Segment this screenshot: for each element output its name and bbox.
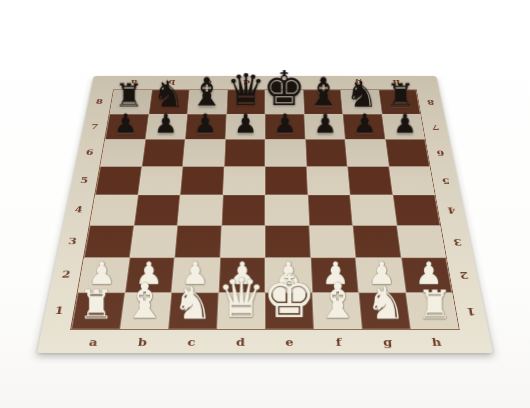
empty-a3 xyxy=(84,225,134,257)
photo-background: abcdefgh abcdefgh 87654321 87654321 ♜♞♝♛… xyxy=(0,0,530,408)
empty-g5 xyxy=(347,166,392,195)
file-labels-bottom: abcdefgh xyxy=(67,332,462,351)
rank-label-6: 6 xyxy=(428,139,453,166)
empty-e4 xyxy=(265,195,309,225)
empty-g4 xyxy=(350,195,397,225)
file-label-g: g xyxy=(339,77,378,88)
file-label-e: e xyxy=(265,77,303,88)
empty-e6 xyxy=(265,139,306,166)
empty-d4 xyxy=(221,195,265,225)
file-labels-top: abcdefgh xyxy=(114,77,416,88)
rank-label-7: 7 xyxy=(424,114,448,139)
rank-label-3: 3 xyxy=(444,225,472,257)
piece-white-rook-h1: ♜ xyxy=(405,292,458,329)
empty-h6 xyxy=(385,139,430,166)
empty-a4 xyxy=(90,195,138,225)
file-label-e: e xyxy=(265,332,314,351)
rank-label-6: 6 xyxy=(77,139,102,166)
file-label-f: f xyxy=(302,77,340,88)
file-label-c: c xyxy=(166,332,216,351)
empty-d3 xyxy=(220,225,265,257)
empty-g6 xyxy=(345,139,389,166)
pieces-layer: ♜♞♝♛♚♝♞♜♟♟♟♟♟♟♟♟♟♟♟♟♟♟♟♟♜♝♞♛♚♝♞♜ xyxy=(71,90,459,329)
file-label-g: g xyxy=(362,332,413,351)
empty-b6 xyxy=(141,139,185,166)
file-label-d: d xyxy=(227,77,265,88)
file-label-a: a xyxy=(67,332,119,351)
file-label-f: f xyxy=(314,332,364,351)
empty-f6 xyxy=(305,139,347,166)
empty-g3 xyxy=(353,225,401,257)
file-label-b: b xyxy=(152,77,191,88)
file-label-d: d xyxy=(216,332,265,351)
empty-a5 xyxy=(95,166,141,195)
rank-label-4: 4 xyxy=(438,195,465,225)
empty-f3 xyxy=(309,225,356,257)
empty-c6 xyxy=(183,139,225,166)
empty-b5 xyxy=(138,166,183,195)
empty-b4 xyxy=(134,195,181,225)
rank-label-8: 8 xyxy=(419,90,442,114)
chess-mat: abcdefgh abcdefgh 87654321 87654321 ♜♞♝♛… xyxy=(37,76,493,353)
empty-f4 xyxy=(307,195,352,225)
empty-e5 xyxy=(265,166,307,195)
empty-d6 xyxy=(224,139,265,166)
empty-c4 xyxy=(177,195,222,225)
piece-black-pawn-h7: ♟ xyxy=(382,114,425,139)
rank-label-4: 4 xyxy=(65,195,92,225)
rank-label-5: 5 xyxy=(71,166,97,195)
empty-h3 xyxy=(396,225,446,257)
file-label-a: a xyxy=(114,77,153,88)
empty-a6 xyxy=(100,139,145,166)
empty-c3 xyxy=(175,225,222,257)
file-label-c: c xyxy=(190,77,228,88)
rank-label-5: 5 xyxy=(433,166,459,195)
empty-h5 xyxy=(389,166,435,195)
rank-label-3: 3 xyxy=(58,225,86,257)
empty-f5 xyxy=(306,166,350,195)
file-label-b: b xyxy=(117,332,168,351)
empty-h4 xyxy=(392,195,440,225)
empty-d5 xyxy=(223,166,265,195)
file-label-h: h xyxy=(411,332,463,351)
empty-c5 xyxy=(180,166,224,195)
empty-e3 xyxy=(265,225,310,257)
empty-b3 xyxy=(129,225,177,257)
file-label-h: h xyxy=(377,77,416,88)
